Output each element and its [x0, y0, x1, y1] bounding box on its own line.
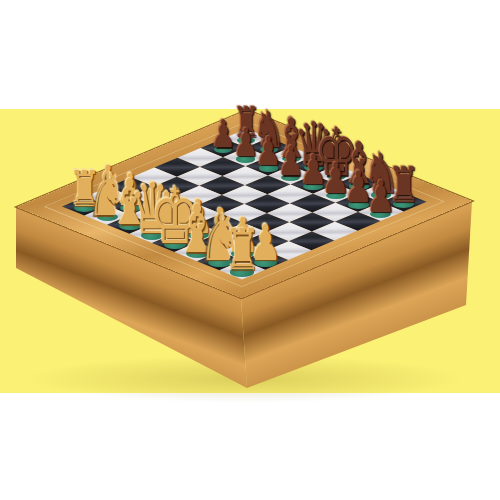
- backdrop-bottom-white: [0, 393, 500, 500]
- backdrop-top-white: [0, 0, 500, 109]
- black-pawn-glyph: ♟: [211, 116, 236, 154]
- black-pawn-glyph: ♟: [366, 174, 395, 219]
- photo-canvas: ♜♞♟♝♟♛♟♚♟♝♟♞♟♟♜♟♟♜♟♟♞♟♝♟♛♟♚♟♝♟♞♜: [0, 0, 500, 500]
- white-rook-glyph: ♜: [224, 223, 261, 279]
